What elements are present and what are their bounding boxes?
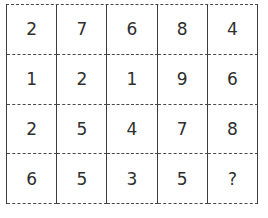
grid-cell: 5 <box>158 154 208 204</box>
grid-cell: 1 <box>7 55 57 105</box>
grid-cell: 2 <box>57 55 107 105</box>
grid-cell: 7 <box>158 105 208 155</box>
grid-cell: 1 <box>107 55 157 105</box>
grid-cell: 5 <box>57 154 107 204</box>
grid-cell: 8 <box>158 5 208 55</box>
grid-cell: 6 <box>7 154 57 204</box>
grid-cell: 7 <box>57 5 107 55</box>
grid-cell: 4 <box>107 105 157 155</box>
grid-cell-missing: ? <box>208 154 258 204</box>
grid-cell: 4 <box>208 5 258 55</box>
grid-cell: 8 <box>208 105 258 155</box>
grid-cell: 6 <box>107 5 157 55</box>
number-puzzle-grid: 2768412196254786535? <box>6 4 258 204</box>
grid-cell: 2 <box>7 5 57 55</box>
grid-cell: 9 <box>158 55 208 105</box>
grid-cell: 6 <box>208 55 258 105</box>
grid-cell: 3 <box>107 154 157 204</box>
grid-cell: 5 <box>57 105 107 155</box>
grid-cell: 2 <box>7 105 57 155</box>
